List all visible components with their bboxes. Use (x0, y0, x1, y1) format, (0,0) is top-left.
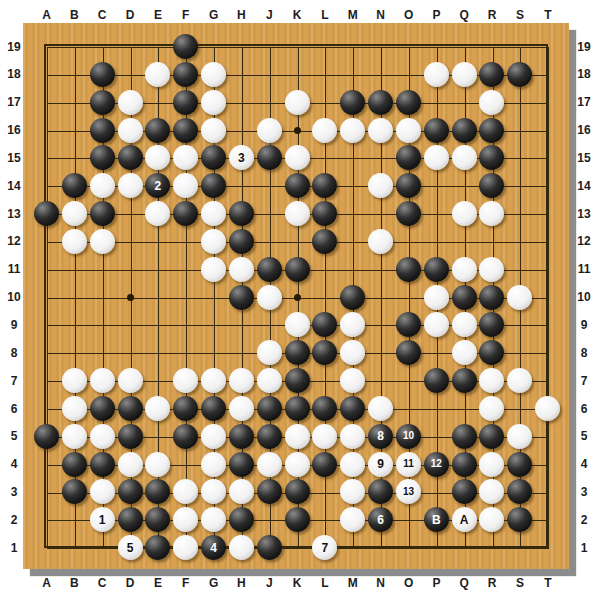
intersection-O2[interactable] (395, 506, 423, 534)
black-stone-R18[interactable] (479, 62, 504, 87)
intersection-D4[interactable] (116, 450, 144, 478)
intersection-N12[interactable] (367, 227, 395, 255)
intersection-M13[interactable] (339, 200, 367, 228)
intersection-J17[interactable] (255, 88, 283, 116)
intersection-M14[interactable] (339, 172, 367, 200)
white-stone-F1[interactable] (173, 535, 198, 560)
black-stone-E16[interactable] (145, 118, 170, 143)
intersection-K2[interactable] (283, 506, 311, 534)
white-stone-J4[interactable] (257, 452, 282, 477)
intersection-T6[interactable] (534, 395, 562, 423)
intersection-R4[interactable] (478, 450, 506, 478)
intersection-S19[interactable] (506, 33, 534, 61)
white-stone-Q8[interactable] (452, 340, 477, 365)
intersection-T19[interactable] (534, 33, 562, 61)
intersection-M6[interactable] (339, 395, 367, 423)
black-stone-D3[interactable] (118, 479, 143, 504)
white-stone-G4[interactable] (201, 452, 226, 477)
black-stone-N2[interactable]: 6 (368, 507, 393, 532)
intersection-J12[interactable] (255, 227, 283, 255)
intersection-H9[interactable] (227, 311, 255, 339)
intersection-N3[interactable] (367, 478, 395, 506)
white-stone-G12[interactable] (201, 229, 226, 254)
black-stone-K11[interactable] (285, 257, 310, 282)
intersection-K12[interactable] (283, 227, 311, 255)
intersection-H10[interactable] (227, 283, 255, 311)
white-stone-Q18[interactable] (452, 62, 477, 87)
white-stone-B6[interactable] (62, 396, 87, 421)
intersection-S6[interactable] (506, 395, 534, 423)
white-stone-Q11[interactable] (452, 257, 477, 282)
intersection-K16[interactable] (283, 116, 311, 144)
black-stone-F5[interactable] (173, 424, 198, 449)
intersection-G9[interactable] (200, 311, 228, 339)
intersection-D15[interactable] (116, 144, 144, 172)
white-stone-G3[interactable] (201, 479, 226, 504)
intersection-M18[interactable] (339, 60, 367, 88)
white-stone-B5[interactable] (62, 424, 87, 449)
white-stone-J10[interactable] (257, 285, 282, 310)
white-stone-D4[interactable] (118, 452, 143, 477)
intersection-D16[interactable] (116, 116, 144, 144)
intersection-L19[interactable] (311, 33, 339, 61)
white-stone-E4[interactable] (145, 452, 170, 477)
white-stone-F15[interactable] (173, 145, 198, 170)
intersection-C8[interactable] (88, 339, 116, 367)
intersection-F14[interactable] (172, 172, 200, 200)
intersection-O5[interactable]: 10 (395, 422, 423, 450)
intersection-S14[interactable] (506, 172, 534, 200)
white-stone-J8[interactable] (257, 340, 282, 365)
intersection-J8[interactable] (255, 339, 283, 367)
black-stone-O8[interactable] (396, 340, 421, 365)
black-stone-C15[interactable] (90, 145, 115, 170)
intersection-K10[interactable] (283, 283, 311, 311)
intersection-J13[interactable] (255, 200, 283, 228)
intersection-G3[interactable] (200, 478, 228, 506)
black-stone-L12[interactable] (312, 229, 337, 254)
white-stone-D14[interactable] (118, 173, 143, 198)
intersection-L1[interactable]: 7 (311, 534, 339, 562)
black-stone-C13[interactable] (90, 201, 115, 226)
black-stone-K3[interactable] (285, 479, 310, 504)
intersection-Q14[interactable] (450, 172, 478, 200)
intersection-D6[interactable] (116, 395, 144, 423)
black-stone-P7[interactable] (424, 368, 449, 393)
black-stone-F19[interactable] (173, 34, 198, 59)
intersection-O16[interactable] (395, 116, 423, 144)
white-stone-E18[interactable] (145, 62, 170, 87)
intersection-E5[interactable] (144, 422, 172, 450)
black-stone-F17[interactable] (173, 90, 198, 115)
black-stone-G1[interactable]: 4 (201, 535, 226, 560)
white-stone-P9[interactable] (424, 312, 449, 337)
intersection-R14[interactable] (478, 172, 506, 200)
intersection-N1[interactable] (367, 534, 395, 562)
intersection-B13[interactable] (60, 200, 88, 228)
intersection-P19[interactable] (422, 33, 450, 61)
white-stone-E13[interactable] (145, 201, 170, 226)
intersection-Q11[interactable] (450, 255, 478, 283)
white-stone-G11[interactable] (201, 257, 226, 282)
intersection-O8[interactable] (395, 339, 423, 367)
white-stone-P15[interactable] (424, 145, 449, 170)
white-stone-F2[interactable] (173, 507, 198, 532)
intersection-C4[interactable] (88, 450, 116, 478)
intersection-O18[interactable] (395, 60, 423, 88)
intersection-P2[interactable]: B (422, 506, 450, 534)
intersection-S16[interactable] (506, 116, 534, 144)
white-stone-B13[interactable] (62, 201, 87, 226)
intersection-T16[interactable] (534, 116, 562, 144)
white-stone-C5[interactable] (90, 424, 115, 449)
intersection-S1[interactable] (506, 534, 534, 562)
black-stone-L14[interactable] (312, 173, 337, 198)
intersection-H18[interactable] (227, 60, 255, 88)
intersection-J14[interactable] (255, 172, 283, 200)
white-stone-R11[interactable] (479, 257, 504, 282)
intersection-P16[interactable] (422, 116, 450, 144)
white-stone-P10[interactable] (424, 285, 449, 310)
intersection-S7[interactable] (506, 367, 534, 395)
black-stone-R10[interactable] (479, 285, 504, 310)
intersection-K1[interactable] (283, 534, 311, 562)
white-stone-G7[interactable] (201, 368, 226, 393)
intersection-R2[interactable] (478, 506, 506, 534)
intersection-F7[interactable] (172, 367, 200, 395)
black-stone-R8[interactable] (479, 340, 504, 365)
intersection-Q4[interactable] (450, 450, 478, 478)
intersection-K13[interactable] (283, 200, 311, 228)
intersection-N5[interactable]: 8 (367, 422, 395, 450)
black-stone-H2[interactable] (229, 507, 254, 532)
black-stone-M6[interactable] (340, 396, 365, 421)
black-stone-O9[interactable] (396, 312, 421, 337)
intersection-A9[interactable] (33, 311, 61, 339)
intersection-C9[interactable] (88, 311, 116, 339)
intersection-C7[interactable] (88, 367, 116, 395)
intersection-M19[interactable] (339, 33, 367, 61)
white-stone-J16[interactable] (257, 118, 282, 143)
intersection-D11[interactable] (116, 255, 144, 283)
intersection-L4[interactable] (311, 450, 339, 478)
intersection-N10[interactable] (367, 283, 395, 311)
intersection-A18[interactable] (33, 60, 61, 88)
intersection-B18[interactable] (60, 60, 88, 88)
intersection-F1[interactable] (172, 534, 200, 562)
intersection-T17[interactable] (534, 88, 562, 116)
intersection-G6[interactable] (200, 395, 228, 423)
intersection-R13[interactable] (478, 200, 506, 228)
intersection-E9[interactable] (144, 311, 172, 339)
intersection-D17[interactable] (116, 88, 144, 116)
intersection-C12[interactable] (88, 227, 116, 255)
intersection-O13[interactable] (395, 200, 423, 228)
intersection-P6[interactable] (422, 395, 450, 423)
white-stone-F3[interactable] (173, 479, 198, 504)
intersection-J5[interactable] (255, 422, 283, 450)
intersection-E3[interactable] (144, 478, 172, 506)
black-stone-M10[interactable] (340, 285, 365, 310)
intersection-F19[interactable] (172, 33, 200, 61)
black-stone-P16[interactable] (424, 118, 449, 143)
intersection-H19[interactable] (227, 33, 255, 61)
intersection-R5[interactable] (478, 422, 506, 450)
white-stone-C7[interactable] (90, 368, 115, 393)
intersection-H4[interactable] (227, 450, 255, 478)
intersection-H17[interactable] (227, 88, 255, 116)
intersection-D10[interactable] (116, 283, 144, 311)
intersection-D18[interactable] (116, 60, 144, 88)
intersection-L17[interactable] (311, 88, 339, 116)
black-stone-K6[interactable] (285, 396, 310, 421)
intersection-S18[interactable] (506, 60, 534, 88)
black-stone-H12[interactable] (229, 229, 254, 254)
intersection-S10[interactable] (506, 283, 534, 311)
intersection-J9[interactable] (255, 311, 283, 339)
intersection-T5[interactable] (534, 422, 562, 450)
white-stone-N16[interactable] (368, 118, 393, 143)
black-stone-G6[interactable] (201, 396, 226, 421)
black-stone-R9[interactable] (479, 312, 504, 337)
white-stone-H15[interactable]: 3 (229, 145, 254, 170)
intersection-C14[interactable] (88, 172, 116, 200)
intersection-M15[interactable] (339, 144, 367, 172)
white-stone-G2[interactable] (201, 507, 226, 532)
white-stone-R2[interactable] (479, 507, 504, 532)
intersection-J10[interactable] (255, 283, 283, 311)
intersection-M12[interactable] (339, 227, 367, 255)
intersection-J4[interactable] (255, 450, 283, 478)
intersection-E11[interactable] (144, 255, 172, 283)
white-stone-S7[interactable] (507, 368, 532, 393)
intersection-A2[interactable] (33, 506, 61, 534)
intersection-L18[interactable] (311, 60, 339, 88)
intersection-K17[interactable] (283, 88, 311, 116)
intersection-D19[interactable] (116, 33, 144, 61)
intersection-B10[interactable] (60, 283, 88, 311)
intersection-R19[interactable] (478, 33, 506, 61)
black-stone-K2[interactable] (285, 507, 310, 532)
intersection-A15[interactable] (33, 144, 61, 172)
intersection-A3[interactable] (33, 478, 61, 506)
intersection-G19[interactable] (200, 33, 228, 61)
white-stone-B12[interactable] (62, 229, 87, 254)
white-stone-J7[interactable] (257, 368, 282, 393)
intersection-T15[interactable] (534, 144, 562, 172)
white-stone-M5[interactable] (340, 424, 365, 449)
intersection-P13[interactable] (422, 200, 450, 228)
intersection-K6[interactable] (283, 395, 311, 423)
intersection-F2[interactable] (172, 506, 200, 534)
intersection-P15[interactable] (422, 144, 450, 172)
intersection-F18[interactable] (172, 60, 200, 88)
black-stone-L9[interactable] (312, 312, 337, 337)
intersection-Q2[interactable]: A (450, 506, 478, 534)
black-stone-S4[interactable] (507, 452, 532, 477)
white-stone-D16[interactable] (118, 118, 143, 143)
white-stone-R6[interactable] (479, 396, 504, 421)
black-stone-L13[interactable] (312, 201, 337, 226)
black-stone-O17[interactable] (396, 90, 421, 115)
black-stone-D2[interactable] (118, 507, 143, 532)
intersection-J16[interactable] (255, 116, 283, 144)
intersection-R18[interactable] (478, 60, 506, 88)
white-stone-E6[interactable] (145, 396, 170, 421)
white-stone-M7[interactable] (340, 368, 365, 393)
white-stone-D7[interactable] (118, 368, 143, 393)
black-stone-G14[interactable] (201, 173, 226, 198)
intersection-F8[interactable] (172, 339, 200, 367)
white-stone-T6[interactable] (535, 396, 560, 421)
white-stone-M9[interactable] (340, 312, 365, 337)
intersection-O6[interactable] (395, 395, 423, 423)
intersection-N13[interactable] (367, 200, 395, 228)
intersection-C11[interactable] (88, 255, 116, 283)
intersection-T4[interactable] (534, 450, 562, 478)
intersection-K3[interactable] (283, 478, 311, 506)
intersection-P11[interactable] (422, 255, 450, 283)
intersection-S15[interactable] (506, 144, 534, 172)
intersection-N19[interactable] (367, 33, 395, 61)
intersection-S5[interactable] (506, 422, 534, 450)
black-stone-K8[interactable] (285, 340, 310, 365)
white-stone-K13[interactable] (285, 201, 310, 226)
intersection-B7[interactable] (60, 367, 88, 395)
intersection-P17[interactable] (422, 88, 450, 116)
black-stone-A5[interactable] (34, 424, 59, 449)
black-stone-P4[interactable]: 12 (424, 452, 449, 477)
intersection-H8[interactable] (227, 339, 255, 367)
intersection-T3[interactable] (534, 478, 562, 506)
white-stone-H6[interactable] (229, 396, 254, 421)
intersection-J19[interactable] (255, 33, 283, 61)
intersection-T2[interactable] (534, 506, 562, 534)
white-stone-N6[interactable] (368, 396, 393, 421)
intersection-E10[interactable] (144, 283, 172, 311)
black-stone-L6[interactable] (312, 396, 337, 421)
intersection-A14[interactable] (33, 172, 61, 200)
white-stone-R4[interactable] (479, 452, 504, 477)
black-stone-Q3[interactable] (452, 479, 477, 504)
intersection-O11[interactable] (395, 255, 423, 283)
black-stone-J1[interactable] (257, 535, 282, 560)
intersection-A17[interactable] (33, 88, 61, 116)
intersection-N15[interactable] (367, 144, 395, 172)
white-stone-K9[interactable] (285, 312, 310, 337)
intersection-L7[interactable] (311, 367, 339, 395)
intersection-O14[interactable] (395, 172, 423, 200)
intersection-T14[interactable] (534, 172, 562, 200)
black-stone-R14[interactable] (479, 173, 504, 198)
intersection-Q18[interactable] (450, 60, 478, 88)
intersection-A8[interactable] (33, 339, 61, 367)
black-stone-D15[interactable] (118, 145, 143, 170)
intersection-B16[interactable] (60, 116, 88, 144)
black-stone-C17[interactable] (90, 90, 115, 115)
intersection-K5[interactable] (283, 422, 311, 450)
intersection-P7[interactable] (422, 367, 450, 395)
intersection-Q5[interactable] (450, 422, 478, 450)
white-stone-K4[interactable] (285, 452, 310, 477)
intersection-A4[interactable] (33, 450, 61, 478)
intersection-N7[interactable] (367, 367, 395, 395)
intersection-T18[interactable] (534, 60, 562, 88)
intersection-T12[interactable] (534, 227, 562, 255)
intersection-A5[interactable] (33, 422, 61, 450)
intersection-H11[interactable] (227, 255, 255, 283)
intersection-H16[interactable] (227, 116, 255, 144)
intersection-F9[interactable] (172, 311, 200, 339)
intersection-C6[interactable] (88, 395, 116, 423)
black-stone-M17[interactable] (340, 90, 365, 115)
intersection-O7[interactable] (395, 367, 423, 395)
intersection-G1[interactable]: 4 (200, 534, 228, 562)
white-stone-R13[interactable] (479, 201, 504, 226)
intersection-O1[interactable] (395, 534, 423, 562)
intersection-L12[interactable] (311, 227, 339, 255)
white-stone-Q9[interactable] (452, 312, 477, 337)
intersection-L8[interactable] (311, 339, 339, 367)
intersection-Q10[interactable] (450, 283, 478, 311)
black-stone-N3[interactable] (368, 479, 393, 504)
black-stone-S18[interactable] (507, 62, 532, 87)
intersection-L3[interactable] (311, 478, 339, 506)
intersection-C5[interactable] (88, 422, 116, 450)
black-stone-A13[interactable] (34, 201, 59, 226)
intersection-P12[interactable] (422, 227, 450, 255)
intersection-E17[interactable] (144, 88, 172, 116)
white-stone-H11[interactable] (229, 257, 254, 282)
black-stone-F18[interactable] (173, 62, 198, 87)
white-stone-S10[interactable] (507, 285, 532, 310)
intersection-A11[interactable] (33, 255, 61, 283)
intersection-G12[interactable] (200, 227, 228, 255)
black-stone-J3[interactable] (257, 479, 282, 504)
intersection-K11[interactable] (283, 255, 311, 283)
black-stone-D5[interactable] (118, 424, 143, 449)
intersection-E19[interactable] (144, 33, 172, 61)
intersection-B2[interactable] (60, 506, 88, 534)
intersection-M5[interactable] (339, 422, 367, 450)
black-stone-C4[interactable] (90, 452, 115, 477)
white-stone-H7[interactable] (229, 368, 254, 393)
black-stone-Q10[interactable] (452, 285, 477, 310)
intersection-C19[interactable] (88, 33, 116, 61)
intersection-T9[interactable] (534, 311, 562, 339)
black-stone-H13[interactable] (229, 201, 254, 226)
intersection-D1[interactable]: 5 (116, 534, 144, 562)
intersection-C13[interactable] (88, 200, 116, 228)
intersection-F4[interactable] (172, 450, 200, 478)
white-stone-R7[interactable] (479, 368, 504, 393)
intersection-M17[interactable] (339, 88, 367, 116)
intersection-H2[interactable] (227, 506, 255, 534)
intersection-E4[interactable] (144, 450, 172, 478)
intersection-L5[interactable] (311, 422, 339, 450)
intersection-C15[interactable] (88, 144, 116, 172)
intersection-G16[interactable] (200, 116, 228, 144)
black-stone-J5[interactable] (257, 424, 282, 449)
white-stone-M4[interactable] (340, 452, 365, 477)
intersection-B12[interactable] (60, 227, 88, 255)
intersection-J7[interactable] (255, 367, 283, 395)
intersection-R15[interactable] (478, 144, 506, 172)
black-stone-K7[interactable] (285, 368, 310, 393)
intersection-D2[interactable] (116, 506, 144, 534)
intersection-O10[interactable] (395, 283, 423, 311)
intersection-H6[interactable] (227, 395, 255, 423)
